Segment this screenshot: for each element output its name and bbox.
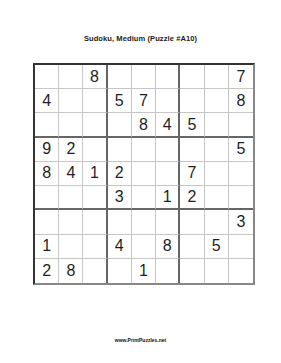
cell-r1c7 [180,65,204,89]
cell-r3c6: 4 [156,113,180,137]
cell-r6c9 [229,186,253,210]
cell-r4c4 [108,138,132,162]
cell-r4c6 [156,138,180,162]
cell-r5c8 [205,162,229,186]
cell-r3c2 [59,113,83,137]
cell-r2c3 [83,89,107,113]
cell-r6c8 [205,186,229,210]
cell-r6c3 [83,186,107,210]
sudoku-grid: 8745788459258412731231485281 [33,63,255,285]
cell-r7c6 [156,210,180,234]
cell-r6c6: 1 [156,186,180,210]
cell-r1c5 [132,65,156,89]
cell-r8c2 [59,235,83,259]
cell-r8c6: 8 [156,235,180,259]
cell-r1c3: 8 [83,65,107,89]
cell-r4c8 [205,138,229,162]
cell-r2c9: 8 [229,89,253,113]
cell-r3c9 [229,113,253,137]
cell-r5c4: 2 [108,162,132,186]
cell-r9c1: 2 [35,259,59,283]
cell-r8c5 [132,235,156,259]
cell-r9c7 [180,259,204,283]
cell-r5c3: 1 [83,162,107,186]
cell-r4c1: 9 [35,138,59,162]
cell-r1c6 [156,65,180,89]
cell-r3c4 [108,113,132,137]
cell-r7c4 [108,210,132,234]
footer-url: www.PrintPuzzles.net [0,337,281,343]
cell-r4c2: 2 [59,138,83,162]
cell-r6c7: 2 [180,186,204,210]
cell-r4c7 [180,138,204,162]
cell-r6c1 [35,186,59,210]
cell-r6c5 [132,186,156,210]
cell-r6c4: 3 [108,186,132,210]
cell-r1c2 [59,65,83,89]
cell-r5c1: 8 [35,162,59,186]
cell-r9c8 [205,259,229,283]
cell-r2c5: 7 [132,89,156,113]
cell-r7c3 [83,210,107,234]
cell-r8c3 [83,235,107,259]
cell-r2c6 [156,89,180,113]
cell-r9c5: 1 [132,259,156,283]
cell-r8c9 [229,235,253,259]
cell-r2c8 [205,89,229,113]
cell-r5c2: 4 [59,162,83,186]
cell-r8c4: 4 [108,235,132,259]
cell-r7c2 [59,210,83,234]
cell-r6c2 [59,186,83,210]
cell-r3c1 [35,113,59,137]
cell-r2c2 [59,89,83,113]
cell-r9c6 [156,259,180,283]
cell-r7c1 [35,210,59,234]
cell-r9c4 [108,259,132,283]
cell-r3c7: 5 [180,113,204,137]
cell-r1c9: 7 [229,65,253,89]
cell-r9c3 [83,259,107,283]
cell-r3c8 [205,113,229,137]
cell-r2c4: 5 [108,89,132,113]
cell-r4c3 [83,138,107,162]
cell-r8c7 [180,235,204,259]
cell-r7c7 [180,210,204,234]
cell-r2c7 [180,89,204,113]
cell-r3c3 [83,113,107,137]
cell-r7c8 [205,210,229,234]
page-title: Sudoku, Medium (Puzzle #A10) [0,34,281,43]
cell-r7c9: 3 [229,210,253,234]
cell-r8c8: 5 [205,235,229,259]
cell-r9c9 [229,259,253,283]
cell-r3c5: 8 [132,113,156,137]
cell-r5c7: 7 [180,162,204,186]
cell-r4c9: 5 [229,138,253,162]
cell-r4c5 [132,138,156,162]
cell-r2c1: 4 [35,89,59,113]
cell-r7c5 [132,210,156,234]
cell-r1c1 [35,65,59,89]
cell-r5c6 [156,162,180,186]
cell-r9c2: 8 [59,259,83,283]
cell-r1c8 [205,65,229,89]
cell-r1c4 [108,65,132,89]
cell-r5c5 [132,162,156,186]
cell-r8c1: 1 [35,235,59,259]
cell-r5c9 [229,162,253,186]
